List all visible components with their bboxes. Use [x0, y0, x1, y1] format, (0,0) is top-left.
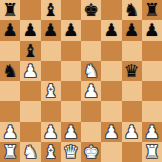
piece-white-pawn[interactable]: ♟ [43, 122, 59, 142]
piece-white-pawn[interactable]: ♟ [23, 61, 39, 81]
square-d7[interactable]: ♟ [61, 20, 81, 40]
square-b6[interactable]: ♝ [20, 41, 40, 61]
piece-white-rook[interactable]: ♜ [2, 142, 18, 162]
square-d2[interactable]: ♟ [61, 122, 81, 142]
square-e8[interactable]: ♚ [81, 0, 101, 20]
square-e2[interactable] [81, 122, 101, 142]
piece-black-pawn[interactable]: ♟ [43, 20, 59, 40]
piece-white-knight[interactable]: ♞ [23, 142, 39, 162]
square-b1[interactable]: ♞ [20, 142, 40, 162]
piece-black-knight[interactable]: ♞ [2, 61, 18, 81]
square-e7[interactable] [81, 20, 101, 40]
square-d8[interactable] [61, 0, 81, 20]
piece-white-rook[interactable]: ♜ [144, 142, 160, 162]
square-g6[interactable] [122, 41, 142, 61]
piece-white-king[interactable]: ♚ [83, 142, 99, 162]
square-g7[interactable]: ♟ [122, 20, 142, 40]
square-d3[interactable] [61, 101, 81, 121]
piece-black-queen[interactable]: ♛ [124, 61, 140, 81]
square-e3[interactable] [81, 101, 101, 121]
square-a3[interactable] [0, 101, 20, 121]
square-c2[interactable]: ♟ [41, 122, 61, 142]
square-g4[interactable] [122, 81, 142, 101]
square-f8[interactable] [101, 0, 121, 20]
piece-white-pawn[interactable]: ♟ [124, 122, 140, 142]
square-a1[interactable]: ♜ [0, 142, 20, 162]
piece-black-pawn[interactable]: ♟ [63, 20, 79, 40]
square-a8[interactable]: ♜ [0, 0, 20, 20]
square-g5[interactable]: ♛ [122, 61, 142, 81]
piece-black-bishop[interactable]: ♝ [43, 0, 59, 20]
square-f4[interactable] [101, 81, 121, 101]
square-b4[interactable] [20, 81, 40, 101]
square-a2[interactable]: ♟ [0, 122, 20, 142]
square-c7[interactable]: ♟ [41, 20, 61, 40]
square-c6[interactable] [41, 41, 61, 61]
piece-black-pawn[interactable]: ♟ [23, 20, 39, 40]
square-f7[interactable]: ♟ [101, 20, 121, 40]
square-d6[interactable] [61, 41, 81, 61]
piece-black-bishop[interactable]: ♝ [23, 41, 39, 61]
piece-white-queen[interactable]: ♛ [63, 142, 79, 162]
square-f5[interactable] [101, 61, 121, 81]
piece-white-pawn[interactable]: ♟ [2, 122, 18, 142]
square-a5[interactable]: ♞ [0, 61, 20, 81]
square-e5[interactable]: ♞ [81, 61, 101, 81]
square-c4[interactable]: ♝ [41, 81, 61, 101]
piece-white-pawn[interactable]: ♟ [83, 81, 99, 101]
piece-black-rook[interactable]: ♜ [2, 0, 18, 20]
square-e1[interactable]: ♚ [81, 142, 101, 162]
piece-white-knight[interactable]: ♞ [83, 61, 99, 81]
square-g8[interactable]: ♞ [122, 0, 142, 20]
square-b8[interactable] [20, 0, 40, 20]
square-b5[interactable]: ♟ [20, 61, 40, 81]
piece-black-pawn[interactable]: ♟ [144, 20, 160, 40]
square-h8[interactable]: ♜ [142, 0, 162, 20]
square-e4[interactable]: ♟ [81, 81, 101, 101]
square-h3[interactable] [142, 101, 162, 121]
square-f1[interactable] [101, 142, 121, 162]
square-h7[interactable]: ♟ [142, 20, 162, 40]
piece-white-bishop[interactable]: ♝ [43, 81, 59, 101]
square-a4[interactable] [0, 81, 20, 101]
square-f2[interactable]: ♟ [101, 122, 121, 142]
square-a7[interactable]: ♟ [0, 20, 20, 40]
piece-black-king[interactable]: ♚ [83, 0, 99, 20]
square-g2[interactable]: ♟ [122, 122, 142, 142]
piece-white-pawn[interactable]: ♟ [63, 122, 79, 142]
piece-black-pawn[interactable]: ♟ [2, 20, 18, 40]
square-h5[interactable] [142, 61, 162, 81]
square-b3[interactable] [20, 101, 40, 121]
piece-white-pawn[interactable]: ♟ [104, 122, 120, 142]
square-g1[interactable] [122, 142, 142, 162]
square-h6[interactable] [142, 41, 162, 61]
piece-black-pawn[interactable]: ♟ [124, 20, 140, 40]
piece-white-pawn[interactable]: ♟ [144, 122, 160, 142]
square-d4[interactable] [61, 81, 81, 101]
square-d1[interactable]: ♛ [61, 142, 81, 162]
piece-white-bishop[interactable]: ♝ [43, 142, 59, 162]
square-c3[interactable] [41, 101, 61, 121]
square-f6[interactable] [101, 41, 121, 61]
square-c5[interactable] [41, 61, 61, 81]
square-h4[interactable] [142, 81, 162, 101]
square-e6[interactable] [81, 41, 101, 61]
square-c1[interactable]: ♝ [41, 142, 61, 162]
piece-black-rook[interactable]: ♜ [144, 0, 160, 20]
square-b2[interactable] [20, 122, 40, 142]
chess-board: ♜♝♚♞♜♟♟♟♟♟♟♟♝♞♟♞♛♝♟♟♟♟♟♟♟♜♞♝♛♚♜ [0, 0, 162, 162]
piece-black-pawn[interactable]: ♟ [104, 20, 120, 40]
square-h2[interactable]: ♟ [142, 122, 162, 142]
piece-black-knight[interactable]: ♞ [124, 0, 140, 20]
square-b7[interactable]: ♟ [20, 20, 40, 40]
square-h1[interactable]: ♜ [142, 142, 162, 162]
square-d5[interactable] [61, 61, 81, 81]
square-f3[interactable] [101, 101, 121, 121]
square-g3[interactable] [122, 101, 142, 121]
square-c8[interactable]: ♝ [41, 0, 61, 20]
square-a6[interactable] [0, 41, 20, 61]
